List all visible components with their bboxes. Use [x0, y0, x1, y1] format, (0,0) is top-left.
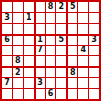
cell-r9c2-empty[interactable] — [13, 89, 23, 99]
cell-r8c6-empty[interactable] — [56, 78, 66, 88]
cell-r5c5-empty[interactable] — [46, 46, 56, 56]
cell-r2c4-empty[interactable] — [35, 13, 45, 23]
cell-r9c1-empty[interactable] — [2, 89, 12, 99]
cell-r9c5-given-6[interactable]: 6 — [46, 89, 56, 99]
cell-r7c6-empty[interactable] — [56, 67, 66, 77]
cell-r4c8-empty[interactable] — [78, 35, 88, 45]
sudoku-board: 82531615374828736 — [0, 0, 101, 101]
cell-r7c2-given-2[interactable]: 2 — [13, 67, 23, 77]
cell-r3c2-empty[interactable] — [13, 24, 23, 34]
cell-r1c1-empty[interactable] — [2, 2, 12, 12]
cell-r5c3-empty[interactable] — [24, 46, 34, 56]
cell-r8c9-empty[interactable] — [89, 78, 99, 88]
cell-r7c7-given-8[interactable]: 8 — [67, 67, 77, 77]
cell-r1c4-empty[interactable] — [35, 2, 45, 12]
cell-r6c2-given-8[interactable]: 8 — [13, 56, 23, 66]
cell-r2c6-empty[interactable] — [56, 13, 66, 23]
cell-r4c9-given-3[interactable]: 3 — [89, 35, 99, 45]
cell-r4c2-empty[interactable] — [13, 35, 23, 45]
cell-r3c5-empty[interactable] — [46, 24, 56, 34]
cell-r2c7-empty[interactable] — [67, 13, 77, 23]
cell-r7c9-empty[interactable] — [89, 67, 99, 77]
cell-r2c5-empty[interactable] — [46, 13, 56, 23]
cell-r6c6-empty[interactable] — [56, 56, 66, 66]
cell-r4c4-given-1[interactable]: 1 — [35, 35, 45, 45]
cell-r6c7-empty[interactable] — [67, 56, 77, 66]
cell-r8c5-empty[interactable] — [46, 78, 56, 88]
cell-r9c8-empty[interactable] — [78, 89, 88, 99]
cell-r3c1-empty[interactable] — [2, 24, 12, 34]
cell-r7c5-empty[interactable] — [46, 67, 56, 77]
cell-r6c5-empty[interactable] — [46, 56, 56, 66]
cell-r5c6-empty[interactable] — [56, 46, 66, 56]
cell-r6c9-empty[interactable] — [89, 56, 99, 66]
cell-r9c7-empty[interactable] — [67, 89, 77, 99]
cell-r5c2-empty[interactable] — [13, 46, 23, 56]
cell-r3c8-empty[interactable] — [78, 24, 88, 34]
cell-r6c4-empty[interactable] — [35, 56, 45, 66]
cell-r2c2-empty[interactable] — [13, 13, 23, 23]
cell-r8c2-empty[interactable] — [13, 78, 23, 88]
cell-r4c5-empty[interactable] — [46, 35, 56, 45]
cell-r9c9-empty[interactable] — [89, 89, 99, 99]
cell-r2c3-given-1[interactable]: 1 — [24, 13, 34, 23]
cell-r8c1-given-7[interactable]: 7 — [2, 78, 12, 88]
cell-r4c3-empty[interactable] — [24, 35, 34, 45]
cell-r5c1-empty[interactable] — [2, 46, 12, 56]
cell-r7c8-empty[interactable] — [78, 67, 88, 77]
cell-r8c3-empty[interactable] — [24, 78, 34, 88]
cell-r5c4-given-7[interactable]: 7 — [35, 46, 45, 56]
cell-r1c2-empty[interactable] — [13, 2, 23, 12]
cell-r3c7-empty[interactable] — [67, 24, 77, 34]
cell-r6c3-empty[interactable] — [24, 56, 34, 66]
cell-r4c1-given-6[interactable]: 6 — [2, 35, 12, 45]
cell-r1c7-given-5[interactable]: 5 — [67, 2, 77, 12]
cell-r6c8-empty[interactable] — [78, 56, 88, 66]
cell-r5c7-empty[interactable] — [67, 46, 77, 56]
cell-r3c9-empty[interactable] — [89, 24, 99, 34]
cell-r1c5-given-8[interactable]: 8 — [46, 2, 56, 12]
cell-r8c7-empty[interactable] — [67, 78, 77, 88]
cell-r9c6-empty[interactable] — [56, 89, 66, 99]
cell-r7c4-empty[interactable] — [35, 67, 45, 77]
cell-r2c9-empty[interactable] — [89, 13, 99, 23]
cell-r2c8-empty[interactable] — [78, 13, 88, 23]
cell-r1c3-empty[interactable] — [24, 2, 34, 12]
cell-r7c1-empty[interactable] — [2, 67, 12, 77]
cell-r3c3-empty[interactable] — [24, 24, 34, 34]
cell-r6c1-empty[interactable] — [2, 56, 12, 66]
cell-r3c4-empty[interactable] — [35, 24, 45, 34]
cell-r3c6-empty[interactable] — [56, 24, 66, 34]
cell-r4c7-empty[interactable] — [67, 35, 77, 45]
cell-r9c4-empty[interactable] — [35, 89, 45, 99]
cell-r4c6-given-5[interactable]: 5 — [56, 35, 66, 45]
cell-r5c9-empty[interactable] — [89, 46, 99, 56]
cell-r2c1-given-3[interactable]: 3 — [2, 13, 12, 23]
cell-r1c6-given-2[interactable]: 2 — [56, 2, 66, 12]
cell-r1c9-empty[interactable] — [89, 2, 99, 12]
cell-r8c8-empty[interactable] — [78, 78, 88, 88]
cell-r1c8-empty[interactable] — [78, 2, 88, 12]
cell-r9c3-empty[interactable] — [24, 89, 34, 99]
cell-r5c8-given-4[interactable]: 4 — [78, 46, 88, 56]
cell-r7c3-empty[interactable] — [24, 67, 34, 77]
cell-r8c4-given-3[interactable]: 3 — [35, 78, 45, 88]
